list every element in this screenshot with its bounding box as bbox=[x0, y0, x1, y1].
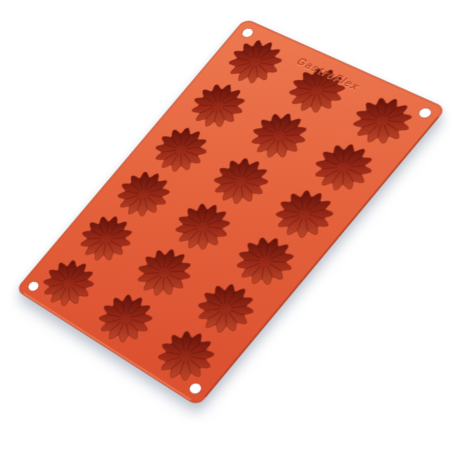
silicone-mold: GastroFlex GastroFlex bbox=[15, 18, 447, 407]
mold-drop-shadow: GastroFlex GastroFlex bbox=[0, 0, 460, 460]
mold-body bbox=[16, 19, 446, 406]
mold-graphic: GastroFlex GastroFlex bbox=[15, 18, 447, 407]
product-photo-canvas: GastroFlex GastroFlex bbox=[0, 0, 460, 460]
